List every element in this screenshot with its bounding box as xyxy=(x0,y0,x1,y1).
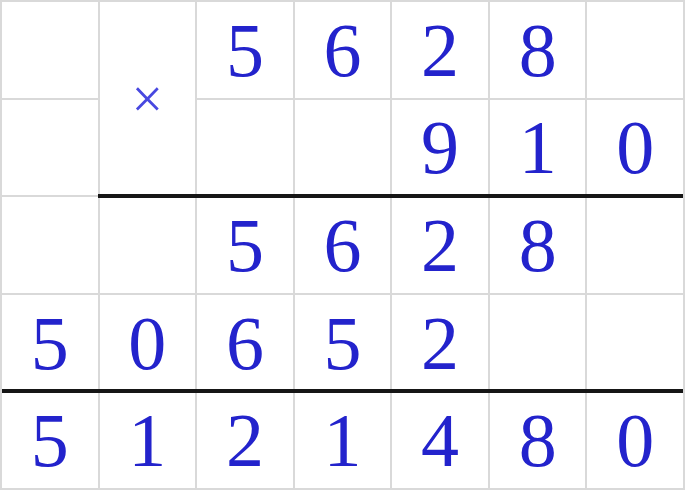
cell-r2c1 xyxy=(2,100,98,196)
cell-r4c7 xyxy=(587,295,683,391)
multiply-icon: × xyxy=(132,71,164,127)
cell-r5c1-product-digit: 5 xyxy=(2,392,98,488)
cell-r4c3-partial2-digit: 6 xyxy=(197,295,293,391)
cell-r5c2-product-digit: 1 xyxy=(100,392,196,488)
cell-r5c4-product-digit: 1 xyxy=(295,392,391,488)
cell-r4c5-partial2-digit: 2 xyxy=(392,295,488,391)
cell-r3c2 xyxy=(100,197,196,293)
cell-r1c7 xyxy=(587,2,683,98)
cell-r2c7-multiplier-digit: 0 xyxy=(587,100,683,196)
cell-r3c7 xyxy=(587,197,683,293)
cell-r3c6-partial1-digit: 8 xyxy=(490,197,586,293)
cell-r2c6-multiplier-digit: 1 xyxy=(490,100,586,196)
cell-r5c7-product-digit: 0 xyxy=(587,392,683,488)
cell-r2c5-multiplier-digit: 9 xyxy=(392,100,488,196)
rule-line-under-multiplier xyxy=(98,194,683,198)
cell-r4c6 xyxy=(490,295,586,391)
multiplication-grid: × 5 6 2 8 9 1 0 5 6 2 8 5 0 6 5 2 5 1 2 … xyxy=(0,0,685,490)
cell-r1c4-multiplicand-digit: 6 xyxy=(295,2,391,98)
cell-r2c4 xyxy=(295,100,391,196)
cell-r3c4-partial1-digit: 6 xyxy=(295,197,391,293)
cell-r4c4-partial2-digit: 5 xyxy=(295,295,391,391)
cell-r4c1-partial2-digit: 5 xyxy=(2,295,98,391)
cell-r3c1 xyxy=(2,197,98,293)
cell-r3c5-partial1-digit: 2 xyxy=(392,197,488,293)
rule-line-under-partial-products xyxy=(2,389,683,393)
multiply-sign-cell: × xyxy=(100,2,196,195)
cell-r2c3 xyxy=(197,100,293,196)
cell-r1c5-multiplicand-digit: 2 xyxy=(392,2,488,98)
cell-r1c6-multiplicand-digit: 8 xyxy=(490,2,586,98)
cell-r5c5-product-digit: 4 xyxy=(392,392,488,488)
cell-r5c3-product-digit: 2 xyxy=(197,392,293,488)
cell-r1c3-multiplicand-digit: 5 xyxy=(197,2,293,98)
cell-r5c6-product-digit: 8 xyxy=(490,392,586,488)
cell-r4c2-partial2-digit: 0 xyxy=(100,295,196,391)
cell-r1c1 xyxy=(2,2,98,98)
cell-r3c3-partial1-digit: 5 xyxy=(197,197,293,293)
